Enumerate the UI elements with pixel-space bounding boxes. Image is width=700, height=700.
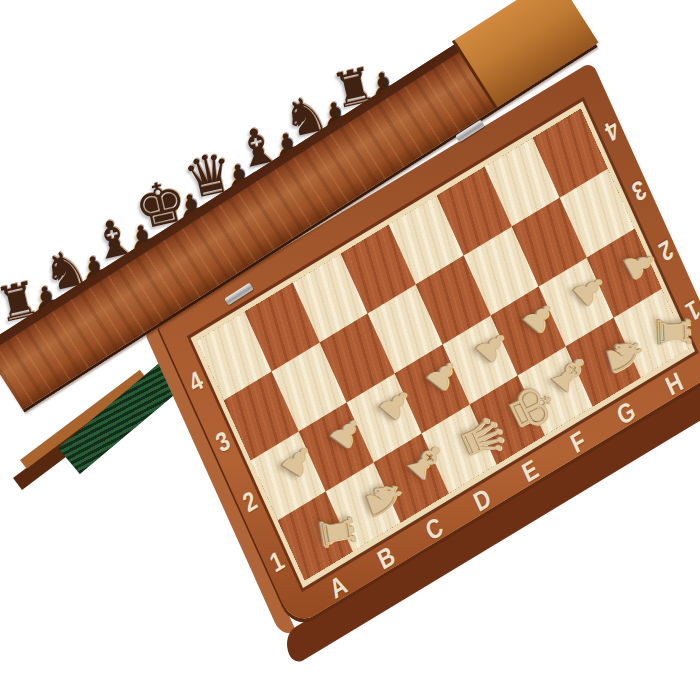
chess-set-photo: ABCDEFGH11223344 ♜♟♞♟♝♟♚♟♛♟♝♟♞♟♜♟ ♜♞♝♛♚♝… — [0, 0, 700, 700]
